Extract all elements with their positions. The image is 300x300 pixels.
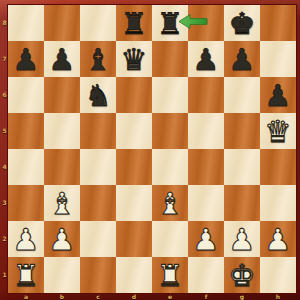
square-f5[interactable]	[188, 113, 224, 149]
square-c7[interactable]: ♝	[80, 41, 116, 77]
black-pawn-h6[interactable]: ♟	[260, 77, 296, 113]
square-g5[interactable]	[224, 113, 260, 149]
rank-label-2: 2	[2, 236, 7, 242]
square-f7[interactable]: ♟	[188, 41, 224, 77]
black-knight-c6[interactable]: ♞	[80, 77, 116, 113]
file-label-b: b	[57, 293, 67, 300]
square-d6[interactable]	[116, 77, 152, 113]
black-bishop-c7[interactable]: ♝	[80, 41, 116, 77]
rank-label-7: 7	[2, 56, 7, 62]
square-f1[interactable]	[188, 257, 224, 293]
file-label-c: c	[93, 293, 103, 300]
square-g2[interactable]: ♟	[224, 221, 260, 257]
square-a4[interactable]	[8, 149, 44, 185]
white-king-g1[interactable]: ♚	[224, 257, 260, 293]
square-e1[interactable]: ♜	[152, 257, 188, 293]
square-c8[interactable]	[80, 5, 116, 41]
square-e2[interactable]	[152, 221, 188, 257]
white-queen-h5[interactable]: ♛	[260, 113, 296, 149]
square-h3[interactable]	[260, 185, 296, 221]
square-c2[interactable]	[80, 221, 116, 257]
file-label-g: g	[237, 293, 247, 300]
square-d5[interactable]	[116, 113, 152, 149]
rank-label-1: 1	[2, 272, 7, 278]
chess-board-frame: ♜♜♚♟♟♝♛♟♟♞♟♛♝♝♟♟♟♟♟♜♜♚ 87654321 abcdefgh	[0, 0, 300, 300]
square-b1[interactable]	[44, 257, 80, 293]
square-c1[interactable]	[80, 257, 116, 293]
square-a2[interactable]: ♟	[8, 221, 44, 257]
white-rook-e1[interactable]: ♜	[152, 257, 188, 293]
black-pawn-a7[interactable]: ♟	[8, 41, 44, 77]
square-b6[interactable]	[44, 77, 80, 113]
square-d4[interactable]	[116, 149, 152, 185]
square-b5[interactable]	[44, 113, 80, 149]
square-h2[interactable]: ♟	[260, 221, 296, 257]
square-f3[interactable]	[188, 185, 224, 221]
square-g3[interactable]	[224, 185, 260, 221]
black-pawn-b7[interactable]: ♟	[44, 41, 80, 77]
file-label-e: e	[165, 293, 175, 300]
square-g6[interactable]	[224, 77, 260, 113]
black-queen-d7[interactable]: ♛	[116, 41, 152, 77]
square-a1[interactable]: ♜	[8, 257, 44, 293]
square-g7[interactable]: ♟	[224, 41, 260, 77]
square-f2[interactable]: ♟	[188, 221, 224, 257]
square-f4[interactable]	[188, 149, 224, 185]
square-c4[interactable]	[80, 149, 116, 185]
square-e3[interactable]: ♝	[152, 185, 188, 221]
square-c6[interactable]: ♞	[80, 77, 116, 113]
square-g8[interactable]: ♚	[224, 5, 260, 41]
square-b4[interactable]	[44, 149, 80, 185]
square-g4[interactable]	[224, 149, 260, 185]
black-king-g8[interactable]: ♚	[224, 5, 260, 41]
square-c5[interactable]	[80, 113, 116, 149]
square-a5[interactable]	[8, 113, 44, 149]
file-label-a: a	[21, 293, 31, 300]
white-pawn-b2[interactable]: ♟	[44, 221, 80, 257]
file-label-h: h	[273, 293, 283, 300]
square-e8[interactable]: ♜	[152, 5, 188, 41]
rank-label-8: 8	[2, 20, 7, 26]
square-g1[interactable]: ♚	[224, 257, 260, 293]
square-d7[interactable]: ♛	[116, 41, 152, 77]
square-h5[interactable]: ♛	[260, 113, 296, 149]
chess-board: ♜♜♚♟♟♝♛♟♟♞♟♛♝♝♟♟♟♟♟♜♜♚	[8, 5, 296, 293]
white-pawn-g2[interactable]: ♟	[224, 221, 260, 257]
rank-label-5: 5	[2, 128, 7, 134]
square-a8[interactable]	[8, 5, 44, 41]
rank-label-6: 6	[2, 92, 7, 98]
file-label-d: d	[129, 293, 139, 300]
square-e6[interactable]	[152, 77, 188, 113]
black-rook-e8[interactable]: ♜	[152, 5, 188, 41]
square-b3[interactable]: ♝	[44, 185, 80, 221]
white-bishop-b3[interactable]: ♝	[44, 185, 80, 221]
black-rook-d8[interactable]: ♜	[116, 5, 152, 41]
white-pawn-a2[interactable]: ♟	[8, 221, 44, 257]
square-e4[interactable]	[152, 149, 188, 185]
white-pawn-f2[interactable]: ♟	[188, 221, 224, 257]
square-h1[interactable]	[260, 257, 296, 293]
black-pawn-f7[interactable]: ♟	[188, 41, 224, 77]
square-h4[interactable]	[260, 149, 296, 185]
square-d1[interactable]	[116, 257, 152, 293]
white-pawn-h2[interactable]: ♟	[260, 221, 296, 257]
white-rook-a1[interactable]: ♜	[8, 257, 44, 293]
square-e7[interactable]	[152, 41, 188, 77]
square-h8[interactable]	[260, 5, 296, 41]
square-f6[interactable]	[188, 77, 224, 113]
square-a7[interactable]: ♟	[8, 41, 44, 77]
white-bishop-e3[interactable]: ♝	[152, 185, 188, 221]
rank-label-3: 3	[2, 200, 7, 206]
square-h6[interactable]: ♟	[260, 77, 296, 113]
square-a6[interactable]	[8, 77, 44, 113]
square-b8[interactable]	[44, 5, 80, 41]
square-b7[interactable]: ♟	[44, 41, 80, 77]
square-d2[interactable]	[116, 221, 152, 257]
square-a3[interactable]	[8, 185, 44, 221]
square-d8[interactable]: ♜	[116, 5, 152, 41]
square-h7[interactable]	[260, 41, 296, 77]
square-f8[interactable]	[188, 5, 224, 41]
square-e5[interactable]	[152, 113, 188, 149]
rank-label-4: 4	[2, 164, 7, 170]
square-b2[interactable]: ♟	[44, 221, 80, 257]
file-label-f: f	[201, 293, 211, 300]
square-c3[interactable]	[80, 185, 116, 221]
square-d3[interactable]	[116, 185, 152, 221]
black-pawn-g7[interactable]: ♟	[224, 41, 260, 77]
